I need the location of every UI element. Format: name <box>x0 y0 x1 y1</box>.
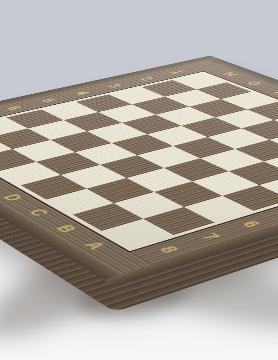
rank-label-6: 6 <box>218 212 278 237</box>
file-label-e: E <box>0 173 16 195</box>
square-e7 <box>36 152 99 175</box>
square-c4 <box>200 149 264 171</box>
square-e6 <box>75 143 138 165</box>
square-c5 <box>164 158 229 181</box>
square-b6 <box>154 182 222 207</box>
file-label-c: C <box>9 201 68 225</box>
square-d6 <box>100 155 164 178</box>
square-a5 <box>222 185 278 211</box>
square-b3 <box>264 152 278 175</box>
square-a7 <box>143 207 214 235</box>
file-label-b: B <box>35 216 96 242</box>
square-a6 <box>183 196 253 223</box>
square-a8 <box>101 219 173 248</box>
square-a4 <box>259 175 278 200</box>
square-f8 <box>0 149 36 171</box>
square-d8 <box>21 175 87 200</box>
file-label-d: D <box>0 186 41 209</box>
square-b4 <box>229 162 278 186</box>
square-b8 <box>73 203 143 231</box>
square-e8 <box>0 162 61 186</box>
square-c7 <box>87 178 154 203</box>
rank-label-8: 8 <box>135 237 202 264</box>
square-d5 <box>137 146 200 168</box>
square-c6 <box>126 168 192 192</box>
rank-label-7: 7 <box>177 224 243 250</box>
file-label-a: A <box>63 232 126 259</box>
rank-label-5: 5 <box>257 201 278 225</box>
chessboard-photo: ABCDEFGH ABCDEFGH 87654321 87654321 <box>0 0 278 360</box>
square-b5 <box>192 171 259 195</box>
square-d7 <box>61 165 126 189</box>
chessboard: ABCDEFGH ABCDEFGH 87654321 87654321 <box>0 55 278 286</box>
square-b7 <box>114 192 183 218</box>
square-c8 <box>46 189 114 215</box>
